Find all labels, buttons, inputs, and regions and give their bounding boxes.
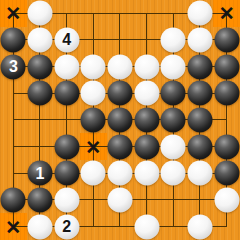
intersection-C2[interactable] <box>53 187 80 214</box>
black-stone <box>214 81 239 106</box>
intersection-G1[interactable] <box>160 213 187 240</box>
intersection-B8[interactable] <box>27 27 54 54</box>
black-stone <box>107 134 132 159</box>
intersection-B3[interactable]: 1 <box>27 160 54 187</box>
grid-line-vertical <box>146 26 147 55</box>
grid-line-vertical <box>39 132 40 161</box>
white-stone <box>54 187 79 212</box>
intersection-E1[interactable] <box>107 213 134 240</box>
white-stone <box>27 27 52 52</box>
intersection-F6[interactable] <box>133 80 160 107</box>
black-stone <box>54 134 79 159</box>
white-stone <box>107 54 132 79</box>
x-marker: ✕ <box>219 4 235 23</box>
black-stone <box>214 27 239 52</box>
grid-line-vertical <box>199 186 200 215</box>
black-stone <box>161 81 186 106</box>
white-stone <box>161 134 186 159</box>
grid-line-vertical <box>173 212 174 226</box>
grid-line-vertical <box>119 212 120 226</box>
white-stone <box>134 81 159 106</box>
black-stone <box>1 187 26 212</box>
intersection-A1[interactable]: ✕ <box>0 213 27 240</box>
black-stone <box>81 107 106 132</box>
intersection-A4[interactable] <box>0 133 27 160</box>
white-stone <box>187 1 212 26</box>
intersection-C4[interactable] <box>53 133 80 160</box>
intersection-F9[interactable] <box>133 0 160 27</box>
intersection-H6[interactable] <box>187 80 214 107</box>
intersection-E8[interactable] <box>107 27 134 54</box>
white-stone <box>107 187 132 212</box>
intersection-D7[interactable] <box>80 53 107 80</box>
white-stone <box>27 1 52 26</box>
white-stone-move-4: 4 <box>54 27 79 52</box>
black-stone-move-3: 3 <box>1 54 26 79</box>
intersection-B7[interactable] <box>27 53 54 80</box>
intersection-D5[interactable] <box>80 107 107 134</box>
x-marker: ✕ <box>5 4 21 23</box>
white-stone-move-2: 2 <box>54 214 79 239</box>
intersection-A9[interactable]: ✕ <box>0 0 27 27</box>
white-stone <box>187 161 212 186</box>
grid-line-vertical <box>226 212 227 226</box>
intersection-C8[interactable]: 4 <box>53 27 80 54</box>
intersection-E5[interactable] <box>107 107 134 134</box>
intersection-E7[interactable] <box>107 53 134 80</box>
grid-line-vertical <box>119 26 120 55</box>
intersection-B1[interactable] <box>27 213 54 240</box>
grid-line-vertical <box>93 26 94 55</box>
intersection-F1[interactable] <box>133 213 160 240</box>
intersection-A8[interactable] <box>0 27 27 54</box>
intersection-F8[interactable] <box>133 27 160 54</box>
intersection-G6[interactable] <box>160 80 187 107</box>
white-stone <box>214 187 239 212</box>
black-stone <box>107 107 132 132</box>
intersection-H4[interactable] <box>187 133 214 160</box>
intersection-C7[interactable] <box>53 53 80 80</box>
intersection-C6[interactable] <box>53 80 80 107</box>
intersection-D6[interactable] <box>80 80 107 107</box>
black-stone <box>107 81 132 106</box>
intersection-A3[interactable] <box>0 160 27 187</box>
intersection-G5[interactable] <box>160 107 187 134</box>
grid-line-horizontal <box>212 226 226 227</box>
black-stone <box>27 187 52 212</box>
black-stone <box>134 134 159 159</box>
grid-line-vertical <box>39 106 40 135</box>
intersection-J8[interactable] <box>213 27 240 54</box>
white-stone <box>161 161 186 186</box>
intersection-J9[interactable]: ✕ <box>213 0 240 27</box>
intersection-D8[interactable] <box>80 27 107 54</box>
white-stone <box>54 54 79 79</box>
intersection-A6[interactable] <box>0 80 27 107</box>
intersection-A5[interactable] <box>0 107 27 134</box>
grid-line-vertical <box>13 159 14 188</box>
grid-line-vertical <box>146 186 147 215</box>
white-stone <box>161 54 186 79</box>
intersection-E3[interactable] <box>107 160 134 187</box>
intersection-C5[interactable] <box>53 107 80 134</box>
x-marker: ✕ <box>85 137 101 156</box>
go-board: ✕✕43✕1✕2 <box>0 0 240 240</box>
intersection-A7[interactable]: 3 <box>0 53 27 80</box>
white-stone <box>187 214 212 239</box>
white-stone <box>161 27 186 52</box>
intersection-F7[interactable] <box>133 53 160 80</box>
intersection-F2[interactable] <box>133 187 160 214</box>
grid-line-vertical <box>66 106 67 135</box>
intersection-D1[interactable] <box>80 213 107 240</box>
intersection-H5[interactable] <box>187 107 214 134</box>
grid-line-vertical <box>13 79 14 108</box>
intersection-H8[interactable] <box>187 27 214 54</box>
black-stone-move-1: 1 <box>27 161 52 186</box>
intersection-G4[interactable] <box>160 133 187 160</box>
intersection-J5[interactable] <box>213 107 240 134</box>
intersection-J3[interactable] <box>213 160 240 187</box>
intersection-B4[interactable] <box>27 133 54 160</box>
black-stone <box>27 81 52 106</box>
grid-line-vertical <box>93 186 94 215</box>
intersection-H1[interactable] <box>187 213 214 240</box>
intersection-H3[interactable] <box>187 160 214 187</box>
intersection-G3[interactable] <box>160 160 187 187</box>
intersection-J7[interactable] <box>213 53 240 80</box>
intersection-H2[interactable] <box>187 187 214 214</box>
black-stone <box>134 107 159 132</box>
black-stone <box>187 134 212 159</box>
intersection-J6[interactable] <box>213 80 240 107</box>
intersection-G7[interactable] <box>160 53 187 80</box>
grid-line-vertical <box>13 132 14 161</box>
intersection-C1[interactable]: 2 <box>53 213 80 240</box>
intersection-E9[interactable] <box>107 0 134 27</box>
white-stone <box>81 161 106 186</box>
black-stone <box>54 81 79 106</box>
intersection-E4[interactable] <box>107 133 134 160</box>
intersection-F3[interactable] <box>133 160 160 187</box>
intersection-C9[interactable] <box>53 0 80 27</box>
black-stone <box>214 54 239 79</box>
grid-line-vertical <box>13 106 14 135</box>
grid-line-vertical <box>226 106 227 135</box>
intersection-J2[interactable] <box>213 187 240 214</box>
black-stone <box>1 27 26 52</box>
intersection-H7[interactable] <box>187 53 214 80</box>
intersection-J4[interactable] <box>213 133 240 160</box>
grid-line-vertical <box>173 186 174 215</box>
intersection-C3[interactable] <box>53 160 80 187</box>
intersection-F4[interactable] <box>133 133 160 160</box>
intersection-B5[interactable] <box>27 107 54 134</box>
intersection-F5[interactable] <box>133 107 160 134</box>
intersection-G2[interactable] <box>160 187 187 214</box>
intersection-H9[interactable] <box>187 0 214 27</box>
grid-line-horizontal <box>212 119 226 120</box>
black-stone <box>187 81 212 106</box>
intersection-G8[interactable] <box>160 27 187 54</box>
black-stone <box>214 134 239 159</box>
intersection-B2[interactable] <box>27 187 54 214</box>
intersection-E2[interactable] <box>107 187 134 214</box>
intersection-D9[interactable] <box>80 0 107 27</box>
intersection-A2[interactable] <box>0 187 27 214</box>
white-stone <box>134 214 159 239</box>
white-stone <box>187 27 212 52</box>
black-stone <box>187 54 212 79</box>
intersection-G9[interactable] <box>160 0 187 27</box>
intersection-D2[interactable] <box>80 187 107 214</box>
white-stone <box>107 161 132 186</box>
white-stone <box>134 54 159 79</box>
x-marker: ✕ <box>5 217 21 236</box>
black-stone <box>54 161 79 186</box>
white-stone <box>81 81 106 106</box>
black-stone <box>27 54 52 79</box>
intersection-E6[interactable] <box>107 80 134 107</box>
white-stone <box>27 214 52 239</box>
black-stone <box>187 107 212 132</box>
intersection-D4[interactable]: ✕ <box>80 133 107 160</box>
intersection-J1[interactable] <box>213 213 240 240</box>
grid-line-vertical <box>93 212 94 226</box>
intersection-B6[interactable] <box>27 80 54 107</box>
intersection-D3[interactable] <box>80 160 107 187</box>
intersection-B9[interactable] <box>27 0 54 27</box>
white-stone <box>81 54 106 79</box>
black-stone <box>214 161 239 186</box>
white-stone <box>134 161 159 186</box>
black-stone <box>161 107 186 132</box>
